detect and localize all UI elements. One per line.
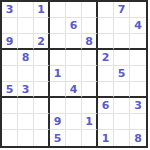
cell-r5c1[interactable] <box>2 66 18 82</box>
cell-r7c9[interactable]: 3 <box>130 98 146 114</box>
cell-r2c2[interactable] <box>18 18 34 34</box>
cell-r4c2[interactable]: 8 <box>18 50 34 66</box>
cell-r7c1[interactable] <box>2 98 18 114</box>
cell-r9c8[interactable] <box>114 130 130 146</box>
cell-r5c7[interactable] <box>98 66 114 82</box>
cell-r7c4[interactable] <box>50 98 66 114</box>
cell-r6c2[interactable]: 3 <box>18 82 34 98</box>
cell-r2c8[interactable] <box>114 18 130 34</box>
cell-r9c6[interactable] <box>82 130 98 146</box>
given-digit: 9 <box>54 116 62 127</box>
cell-r6c9[interactable] <box>130 82 146 98</box>
given-digit: 6 <box>70 20 78 31</box>
sudoku-board: 3176492882155346391518 <box>0 0 148 148</box>
cell-r6c8[interactable] <box>114 82 130 98</box>
given-digit: 3 <box>6 4 14 15</box>
cell-r2c6[interactable] <box>82 18 98 34</box>
given-digit: 4 <box>70 84 78 95</box>
cell-r5c6[interactable] <box>82 66 98 82</box>
cell-r2c4[interactable] <box>50 18 66 34</box>
cell-r3c7[interactable] <box>98 34 114 50</box>
cell-r7c7[interactable]: 6 <box>98 98 114 114</box>
given-digit: 3 <box>22 84 30 95</box>
given-digit: 2 <box>37 36 45 47</box>
cell-r8c7[interactable] <box>98 114 114 130</box>
cell-r2c9[interactable]: 4 <box>130 18 146 34</box>
cell-r2c1[interactable] <box>2 18 18 34</box>
cell-r6c1[interactable]: 5 <box>2 82 18 98</box>
cell-r3c8[interactable] <box>114 34 130 50</box>
cell-r3c2[interactable] <box>18 34 34 50</box>
cell-r8c9[interactable] <box>130 114 146 130</box>
cell-r8c3[interactable] <box>34 114 50 130</box>
cell-r3c5[interactable] <box>66 34 82 50</box>
given-digit: 9 <box>6 36 14 47</box>
cell-r4c9[interactable] <box>130 50 146 66</box>
cell-r4c8[interactable] <box>114 50 130 66</box>
cell-r1c2[interactable] <box>18 2 34 18</box>
cell-r1c4[interactable] <box>50 2 66 18</box>
cell-r4c6[interactable] <box>82 50 98 66</box>
cell-r3c6[interactable]: 8 <box>82 34 98 50</box>
cell-r2c5[interactable]: 6 <box>66 18 82 34</box>
cell-r1c6[interactable] <box>82 2 98 18</box>
cell-r5c2[interactable] <box>18 66 34 82</box>
cell-r7c8[interactable] <box>114 98 130 114</box>
cell-r9c1[interactable] <box>2 130 18 146</box>
cell-r7c5[interactable] <box>66 98 82 114</box>
given-digit: 5 <box>6 84 14 95</box>
cell-r5c8[interactable]: 5 <box>114 66 130 82</box>
cell-r3c4[interactable] <box>50 34 66 50</box>
given-digit: 4 <box>134 20 142 31</box>
cell-r7c3[interactable] <box>34 98 50 114</box>
cell-r6c6[interactable] <box>82 82 98 98</box>
cell-r4c5[interactable] <box>66 50 82 66</box>
given-digit: 8 <box>22 52 30 63</box>
cell-r1c8[interactable]: 7 <box>114 2 130 18</box>
cell-r1c5[interactable] <box>66 2 82 18</box>
given-digit: 1 <box>102 133 110 144</box>
given-digit: 6 <box>102 100 110 111</box>
cell-r6c7[interactable] <box>98 82 114 98</box>
cell-r1c9[interactable] <box>130 2 146 18</box>
cell-r8c5[interactable] <box>66 114 82 130</box>
cell-r8c1[interactable] <box>2 114 18 130</box>
cell-r7c2[interactable] <box>18 98 34 114</box>
cell-r9c2[interactable] <box>18 130 34 146</box>
cell-r9c7[interactable]: 1 <box>98 130 114 146</box>
cell-r3c3[interactable]: 2 <box>34 34 50 50</box>
given-digit: 3 <box>134 100 142 111</box>
cell-r4c3[interactable] <box>34 50 50 66</box>
cell-r9c4[interactable]: 5 <box>50 130 66 146</box>
cell-r8c8[interactable] <box>114 114 130 130</box>
cell-r4c1[interactable] <box>2 50 18 66</box>
cell-r4c7[interactable]: 2 <box>98 50 114 66</box>
cell-r6c3[interactable] <box>34 82 50 98</box>
cell-r4c4[interactable] <box>50 50 66 66</box>
cell-r7c6[interactable] <box>82 98 98 114</box>
cell-r9c5[interactable] <box>66 130 82 146</box>
given-digit: 2 <box>102 52 110 63</box>
cell-r2c7[interactable] <box>98 18 114 34</box>
cell-r1c7[interactable] <box>98 2 114 18</box>
cell-r1c1[interactable]: 3 <box>2 2 18 18</box>
given-digit: 1 <box>85 116 93 127</box>
given-digit: 8 <box>134 133 142 144</box>
cell-r5c5[interactable] <box>66 66 82 82</box>
cell-r3c1[interactable]: 9 <box>2 34 18 50</box>
cell-r3c9[interactable] <box>130 34 146 50</box>
cell-r5c9[interactable] <box>130 66 146 82</box>
cell-r5c3[interactable] <box>34 66 50 82</box>
given-digit: 5 <box>54 133 62 144</box>
cell-r5c4[interactable]: 1 <box>50 66 66 82</box>
cell-r1c3[interactable]: 1 <box>34 2 50 18</box>
cell-r2c3[interactable] <box>34 18 50 34</box>
given-digit: 5 <box>118 68 126 79</box>
cell-r9c3[interactable] <box>34 130 50 146</box>
cell-r9c9[interactable]: 8 <box>130 130 146 146</box>
given-digit: 1 <box>37 4 45 15</box>
cell-r8c2[interactable] <box>18 114 34 130</box>
cell-r6c5[interactable]: 4 <box>66 82 82 98</box>
given-digit: 7 <box>118 4 126 15</box>
cell-r8c6[interactable]: 1 <box>82 114 98 130</box>
cell-r6c4[interactable] <box>50 82 66 98</box>
given-digit: 1 <box>54 68 62 79</box>
given-digit: 8 <box>85 36 93 47</box>
cell-r8c4[interactable]: 9 <box>50 114 66 130</box>
